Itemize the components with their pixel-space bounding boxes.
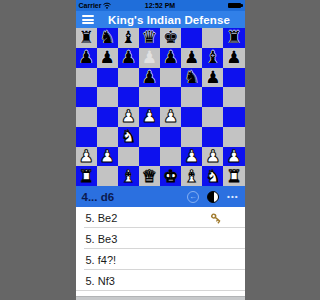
square-b5[interactable]	[97, 87, 118, 107]
ellipsis-icon[interactable]: •••	[227, 192, 238, 201]
square-d1[interactable]: ♛	[139, 166, 160, 186]
black-pawn-d6[interactable]: ♟	[142, 68, 157, 85]
black-pawn-g6[interactable]: ♟	[205, 68, 220, 85]
square-a5[interactable]	[76, 87, 97, 107]
square-d3[interactable]	[139, 127, 160, 147]
square-e7[interactable]: ♟	[160, 48, 181, 68]
square-e1[interactable]: ♚	[160, 166, 181, 186]
square-h2[interactable]: ♟	[223, 147, 244, 167]
square-g6[interactable]: ♟	[202, 68, 223, 88]
black-pawn-a7[interactable]: ♟	[78, 49, 93, 66]
square-e3[interactable]	[160, 127, 181, 147]
square-h3[interactable]	[223, 127, 244, 147]
black-pawn-b7[interactable]: ♟	[100, 49, 115, 66]
move-option-1[interactable]: 5. Be2	[76, 207, 245, 228]
square-g8[interactable]	[202, 28, 223, 48]
black-king-e8[interactable]: ♚	[163, 29, 178, 46]
square-c8[interactable]: ♝	[118, 28, 139, 48]
move-option-label: 5. Be2	[86, 212, 209, 224]
white-pawn-d4[interactable]: ♟	[142, 108, 157, 125]
app-screen: Carrier 12:52 PM King's Indian Defense ♜…	[76, 0, 245, 300]
square-a6[interactable]	[76, 68, 97, 88]
square-g7[interactable]: ♝	[202, 48, 223, 68]
white-pawn-f2[interactable]: ♟	[184, 147, 199, 164]
square-c7[interactable]: ♟	[118, 48, 139, 68]
square-f8[interactable]	[181, 28, 202, 48]
square-b1[interactable]	[97, 166, 118, 186]
square-h4[interactable]	[223, 107, 244, 127]
square-g4[interactable]	[202, 107, 223, 127]
square-f6[interactable]: ♞	[181, 68, 202, 88]
candidate-moves-list: 5. Be2 5. Be35. f4?!5. Nf3	[76, 207, 245, 291]
white-knight-g1[interactable]: ♞	[205, 167, 220, 184]
square-d8[interactable]: ♛	[139, 28, 160, 48]
page-title: King's Indian Defense	[100, 14, 245, 26]
white-pawn-a2[interactable]: ♟	[78, 147, 93, 164]
square-a7[interactable]: ♟	[76, 48, 97, 68]
black-pawn-e7[interactable]: ♟	[163, 49, 178, 66]
black-rook-h8[interactable]: ♜	[226, 29, 241, 46]
square-b6[interactable]	[97, 68, 118, 88]
white-king-e1[interactable]: ♚	[163, 167, 178, 184]
square-a4[interactable]	[76, 107, 97, 127]
square-b8[interactable]: ♞	[97, 28, 118, 48]
white-rook-h1[interactable]: ♜	[226, 167, 241, 184]
half-circle-toggle-icon[interactable]	[207, 191, 219, 203]
square-h1[interactable]: ♜	[223, 166, 244, 186]
square-e6[interactable]	[160, 68, 181, 88]
key-icon	[209, 211, 223, 225]
square-f1[interactable]: ♝	[181, 166, 202, 186]
square-c2[interactable]	[118, 147, 139, 167]
nav-bar: King's Indian Defense	[76, 11, 245, 28]
white-rook-a1[interactable]: ♜	[78, 167, 93, 184]
current-move-label: 4... d6	[82, 191, 115, 203]
current-move-bar: 4... d6 ← •••	[76, 186, 245, 207]
square-a8[interactable]: ♜	[76, 28, 97, 48]
move-option-3[interactable]: 5. f4?!	[76, 249, 245, 270]
white-pawn-e4[interactable]: ♟	[163, 108, 178, 125]
square-g2[interactable]: ♟	[202, 147, 223, 167]
square-f2[interactable]: ♟	[181, 147, 202, 167]
black-queen-d8[interactable]: ♛	[142, 29, 157, 46]
square-c3[interactable]: ♞	[118, 127, 139, 147]
square-h5[interactable]	[223, 87, 244, 107]
move-option-4[interactable]: 5. Nf3	[76, 270, 245, 291]
black-pawn-h7[interactable]: ♟	[226, 49, 241, 66]
black-knight-b8[interactable]: ♞	[100, 29, 115, 46]
square-e4[interactable]: ♟	[160, 107, 181, 127]
square-f4[interactable]	[181, 107, 202, 127]
status-bar: Carrier 12:52 PM	[76, 0, 245, 11]
square-b7[interactable]: ♟	[97, 48, 118, 68]
square-e8[interactable]: ♚	[160, 28, 181, 48]
square-b2[interactable]: ♟	[97, 147, 118, 167]
square-c6[interactable]	[118, 68, 139, 88]
black-pawn-c7[interactable]: ♟	[121, 49, 136, 66]
white-bishop-f1[interactable]: ♝	[184, 167, 199, 184]
white-pawn-c4[interactable]: ♟	[121, 108, 136, 125]
chess-board: ♜♞♝♛♚♜♟♟♟♟♟♟♝♟♟♞♟♟♟♟♞♟♟♟♟♟♜♝♛♚♝♞♜	[76, 28, 245, 186]
square-f3[interactable]	[181, 127, 202, 147]
white-bishop-c1[interactable]: ♝	[121, 167, 136, 184]
undo-icon[interactable]: ←	[187, 191, 199, 203]
ghost-pawn-origin: ♟	[142, 49, 157, 66]
white-pawn-h2[interactable]: ♟	[226, 147, 241, 164]
square-d5[interactable]	[139, 87, 160, 107]
square-e2[interactable]	[160, 147, 181, 167]
black-bishop-g7[interactable]: ♝	[205, 49, 220, 66]
square-f5[interactable]	[181, 87, 202, 107]
square-c4[interactable]: ♟	[118, 107, 139, 127]
black-rook-a8[interactable]: ♜	[78, 29, 93, 46]
white-pawn-b2[interactable]: ♟	[100, 147, 115, 164]
move-option-label: 5. Be3	[86, 233, 235, 245]
clock-label: 12:52 PM	[76, 2, 245, 9]
square-a3[interactable]	[76, 127, 97, 147]
square-h8[interactable]: ♜	[223, 28, 244, 48]
white-knight-c3[interactable]: ♞	[121, 128, 136, 145]
square-e5[interactable]	[160, 87, 181, 107]
square-b3[interactable]	[97, 127, 118, 147]
square-f7[interactable]: ♟	[181, 48, 202, 68]
move-option-label: 5. f4?!	[86, 254, 235, 266]
square-d2[interactable]	[139, 147, 160, 167]
square-d4[interactable]: ♟	[139, 107, 160, 127]
square-g1[interactable]: ♞	[202, 166, 223, 186]
square-d6[interactable]: ♟	[139, 68, 160, 88]
move-option-label: 5. Nf3	[86, 275, 235, 287]
black-pawn-f7[interactable]: ♟	[184, 49, 199, 66]
square-a2[interactable]: ♟	[76, 147, 97, 167]
white-pawn-g2[interactable]: ♟	[205, 147, 220, 164]
black-bishop-c8[interactable]: ♝	[121, 29, 136, 46]
square-h7[interactable]: ♟	[223, 48, 244, 68]
square-a1[interactable]: ♜	[76, 166, 97, 186]
battery-icon	[228, 3, 241, 8]
square-b4[interactable]	[97, 107, 118, 127]
square-g3[interactable]	[202, 127, 223, 147]
menu-button[interactable]	[76, 15, 100, 24]
bottom-toolbar-edge	[76, 296, 245, 300]
black-knight-f6[interactable]: ♞	[184, 68, 199, 85]
square-g5[interactable]	[202, 87, 223, 107]
square-c5[interactable]	[118, 87, 139, 107]
move-option-2[interactable]: 5. Be3	[76, 228, 245, 249]
square-c1[interactable]: ♝	[118, 166, 139, 186]
square-h6[interactable]	[223, 68, 244, 88]
square-d7[interactable]: ♟	[139, 48, 160, 68]
white-queen-d1[interactable]: ♛	[142, 167, 157, 184]
